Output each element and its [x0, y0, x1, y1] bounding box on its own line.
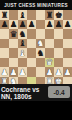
- piece-black-pawn: ♟: [1, 20, 9, 29]
- caption-line2: NN, 1800s: [1, 93, 39, 100]
- square-d7[interactable]: ♟: [27, 20, 36, 30]
- game-players-label: Cochrane vs NN, 1800s: [1, 86, 39, 100]
- square-d5[interactable]: [27, 39, 36, 49]
- piece-white-queen: ♛: [46, 58, 54, 67]
- square-c4[interactable]: ♝: [18, 48, 27, 58]
- square-e2[interactable]: [36, 67, 45, 77]
- square-b6[interactable]: ♛: [9, 29, 18, 39]
- square-d2[interactable]: [27, 67, 36, 77]
- square-g6[interactable]: [54, 29, 63, 39]
- piece-black-knight: ♞: [37, 48, 45, 57]
- square-e3[interactable]: [36, 58, 45, 68]
- square-f5[interactable]: [45, 39, 54, 49]
- caption-line1: Cochrane vs: [1, 86, 39, 93]
- square-h4[interactable]: [63, 48, 72, 58]
- square-e4[interactable]: ♞: [36, 48, 45, 58]
- piece-black-pawn: ♟: [55, 20, 63, 29]
- square-g4[interactable]: [54, 48, 63, 58]
- square-d4[interactable]: [27, 48, 36, 58]
- square-a6[interactable]: [0, 29, 9, 39]
- piece-black-bishop: ♝: [19, 39, 27, 48]
- square-h2[interactable]: ♟: [63, 67, 72, 77]
- piece-white-pawn: ♟: [19, 67, 27, 76]
- square-e8[interactable]: [36, 10, 45, 20]
- piece-white-pawn: ♟: [55, 67, 63, 76]
- square-a5[interactable]: [0, 39, 9, 49]
- square-c2[interactable]: ♟: [18, 67, 27, 77]
- piece-white-bishop: ♝: [19, 48, 27, 57]
- square-h5[interactable]: [63, 39, 72, 49]
- square-d3[interactable]: [27, 58, 36, 68]
- piece-black-knight: ♞: [19, 29, 27, 38]
- square-g7[interactable]: ♟: [54, 20, 63, 30]
- piece-black-bishop: ♝: [19, 10, 27, 19]
- square-g5[interactable]: [54, 39, 63, 49]
- video-frame: JUST CHESS MINIATURES ♜♝♜♚♟♟♟♟♟♟♟♛♞♝♞♝♞♛…: [0, 0, 72, 120]
- letterbox-bottom: [0, 101, 72, 120]
- square-b4[interactable]: [9, 48, 18, 58]
- piece-black-pawn: ♟: [28, 20, 36, 29]
- piece-black-pawn: ♟: [19, 20, 27, 29]
- square-e7[interactable]: [36, 20, 45, 30]
- piece-black-rook: ♜: [46, 10, 54, 19]
- square-a7[interactable]: ♟: [0, 20, 9, 30]
- square-f7[interactable]: ♟: [45, 20, 54, 30]
- piece-white-pawn: ♟: [64, 67, 72, 76]
- square-a4[interactable]: [0, 48, 9, 58]
- engine-eval-badge: -0.4: [48, 86, 70, 98]
- piece-black-rook: ♜: [1, 10, 9, 19]
- piece-black-queen: ♛: [10, 29, 18, 38]
- caption-bar: Cochrane vs NN, 1800s -0.4: [0, 84, 72, 101]
- piece-white-pawn: ♟: [1, 67, 9, 76]
- square-f6[interactable]: [45, 29, 54, 39]
- square-h7[interactable]: ♟: [63, 20, 72, 30]
- square-h6[interactable]: [63, 29, 72, 39]
- piece-black-pawn: ♟: [64, 20, 72, 29]
- piece-black-pawn: ♟: [10, 20, 18, 29]
- square-d6[interactable]: [27, 29, 36, 39]
- piece-black-pawn: ♟: [46, 20, 54, 29]
- chess-board[interactable]: ♜♝♜♚♟♟♟♟♟♟♟♛♞♝♞♝♞♛♟♟♟♟♟♟♜♞♜♚: [0, 10, 72, 86]
- square-b5[interactable]: [9, 39, 18, 49]
- piece-white-pawn: ♟: [10, 67, 18, 76]
- piece-black-king: ♚: [55, 10, 63, 19]
- piece-white-pawn: ♟: [46, 67, 54, 76]
- piece-white-knight: ♞: [37, 39, 45, 48]
